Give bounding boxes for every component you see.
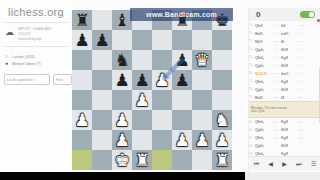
square-f5[interactable]: ♟ bbox=[172, 70, 192, 90]
cloud-import-icon: ☁ bbox=[5, 28, 14, 37]
chess-board[interactable]: ♜♝♜♚♟♟♞♟♛♟♟♟♟♟♟♟♞♟♟♟♟♚♜♜ bbox=[72, 10, 232, 170]
menu-icon[interactable]: ☰ bbox=[311, 161, 316, 167]
square-d6[interactable] bbox=[132, 50, 152, 70]
white-move-eval: +4.0 bbox=[272, 86, 281, 92]
bottom-black-bar bbox=[0, 172, 245, 180]
move-row: 19Rxf5+3.8f4+2.9 bbox=[249, 93, 320, 101]
square-f6[interactable]: ♟ bbox=[172, 50, 192, 70]
piece-black-pawn-d5[interactable]: ♟ bbox=[132, 70, 152, 90]
move-row: 10Qh4+4.1h6+4.2 bbox=[249, 21, 320, 29]
black-move[interactable]: Kh8 bbox=[281, 62, 298, 69]
import-info: ☁ IMPORT • STANDARD 15/11/17 Imported by… bbox=[4, 27, 70, 42]
square-c5[interactable]: ♟ bbox=[112, 70, 132, 90]
square-h2[interactable]: ♟ bbox=[212, 130, 232, 150]
black-move[interactable]: Kg8 bbox=[281, 134, 298, 141]
square-a8[interactable]: ♜ bbox=[72, 10, 92, 30]
piece-black-pawn-f5[interactable]: ♟ bbox=[172, 70, 192, 90]
black-move[interactable]: fxe5 bbox=[281, 70, 298, 77]
black-move[interactable]: Kh8 bbox=[281, 46, 298, 53]
move-row: 14Qh4++4.3Kg8+4.4 bbox=[249, 53, 320, 61]
black-move-eval: +4.8 bbox=[298, 38, 307, 44]
piece-white-pawn-c3[interactable]: ♟ bbox=[112, 110, 132, 130]
square-b4[interactable] bbox=[92, 90, 112, 110]
import-date-label: 15/11/17 bbox=[18, 32, 47, 35]
white-player-icon: ○ bbox=[5, 54, 12, 59]
divider bbox=[3, 22, 69, 23]
black-move-eval: +4.5 bbox=[298, 46, 307, 52]
lichess-logo[interactable]: lichess.org bbox=[0, 6, 72, 18]
move-nav-toolbar: ⏮◀▶⏭☰ bbox=[249, 156, 320, 170]
piece-white-pawn-e5[interactable]: ♟ bbox=[152, 70, 172, 90]
piece-white-rook-d1[interactable]: ♜ bbox=[132, 150, 152, 170]
white-move[interactable]: Qg6+ bbox=[255, 62, 272, 69]
square-g5[interactable] bbox=[192, 70, 212, 90]
square-c7[interactable] bbox=[112, 30, 132, 50]
square-a2[interactable] bbox=[72, 130, 92, 150]
black-move[interactable]: h6 bbox=[281, 22, 298, 29]
move-row: 17Qh6++4.1Kg8+4.1 bbox=[249, 77, 320, 85]
piece-white-queen-g6[interactable]: ♛ bbox=[192, 50, 212, 70]
square-e6[interactable] bbox=[152, 50, 172, 70]
square-g4[interactable] bbox=[192, 90, 212, 110]
square-f7[interactable] bbox=[172, 30, 192, 50]
piece-white-pawn-c2[interactable]: ♟ bbox=[112, 130, 132, 150]
white-move[interactable]: Qh6+ bbox=[255, 78, 272, 85]
white-player-row: ○ Lucadei (1811) bbox=[5, 53, 70, 60]
square-g6[interactable]: ♛ bbox=[192, 50, 212, 70]
square-f1[interactable] bbox=[172, 150, 192, 170]
square-d5[interactable]: ♟ bbox=[132, 70, 152, 90]
square-f2[interactable]: ♟ bbox=[172, 130, 192, 150]
white-move[interactable]: Qg4+ bbox=[255, 46, 272, 53]
square-c2[interactable]: ♟ bbox=[112, 130, 132, 150]
import-type-label: IMPORT • STANDARD bbox=[18, 27, 47, 30]
white-move-eval: +4.1 bbox=[272, 78, 281, 84]
black-move[interactable]: Kg8 bbox=[281, 118, 298, 125]
move-row: 13Qg4++4.5Kh8+4.5 bbox=[249, 45, 320, 53]
black-move[interactable]: Kh8 bbox=[281, 86, 298, 93]
piece-white-pawn-a3[interactable]: ♟ bbox=[72, 110, 92, 130]
black-move-eval: +2.9 bbox=[298, 94, 307, 100]
square-b3[interactable] bbox=[92, 110, 112, 130]
black-move-eval: +4.1 bbox=[298, 78, 307, 84]
square-e4[interactable] bbox=[152, 90, 172, 110]
white-move-eval: +3.8 bbox=[272, 94, 281, 100]
square-h6[interactable] bbox=[212, 50, 232, 70]
white-move[interactable]: O-O-O bbox=[255, 70, 272, 77]
white-move-eval: +4.4 bbox=[272, 30, 281, 36]
square-b1[interactable] bbox=[92, 150, 112, 170]
prev-move-icon[interactable]: ◀ bbox=[268, 161, 273, 167]
square-h4[interactable] bbox=[212, 90, 232, 110]
square-e7[interactable] bbox=[152, 30, 172, 50]
move-row: 20Qh6++2.9Kg8+2.9 bbox=[249, 118, 320, 126]
white-move-eval: +3.9 bbox=[272, 70, 281, 76]
square-a6[interactable] bbox=[72, 50, 92, 70]
piece-white-knight-h3[interactable]: ♞ bbox=[212, 110, 232, 130]
engine-eval: 0 bbox=[256, 10, 260, 19]
bandicam-watermark: www.Bandicam.com bbox=[130, 8, 233, 21]
black-move[interactable]: Kg8 bbox=[281, 78, 298, 85]
square-d2[interactable] bbox=[132, 130, 152, 150]
piece-black-pawn-a7[interactable]: ♟ bbox=[72, 30, 92, 50]
move-row: 23Qg6+Kh8 bbox=[249, 142, 320, 150]
square-c4[interactable] bbox=[112, 90, 132, 110]
piece-black-pawn-b7[interactable]: ♟ bbox=[92, 30, 112, 50]
piece-black-rook-a8[interactable]: ♜ bbox=[72, 10, 92, 30]
square-g3[interactable] bbox=[192, 110, 212, 130]
black-move-eval: +4.2 bbox=[298, 22, 307, 28]
square-h7[interactable] bbox=[212, 30, 232, 50]
piece-black-bishop-c8[interactable]: ♝ bbox=[112, 10, 132, 30]
square-c1[interactable]: ♚ bbox=[112, 150, 132, 170]
square-a4[interactable] bbox=[72, 90, 92, 110]
square-e3[interactable] bbox=[152, 110, 172, 130]
white-move[interactable]: Nh3 bbox=[255, 38, 272, 45]
engine-header: 0 bbox=[249, 8, 320, 21]
white-move[interactable]: Qh4 bbox=[255, 22, 272, 29]
square-a3[interactable]: ♟ bbox=[72, 110, 92, 130]
black-move[interactable]: Kh8 bbox=[281, 142, 298, 149]
square-e1[interactable] bbox=[152, 150, 172, 170]
black-move-eval: +4.4 bbox=[298, 54, 307, 60]
square-e5[interactable]: ♟ bbox=[152, 70, 172, 90]
black-move[interactable]: Kg8 bbox=[281, 54, 298, 61]
square-f3[interactable] bbox=[172, 110, 192, 130]
organisation-button[interactable]: Les de organisation ✎ bbox=[4, 74, 50, 85]
divider bbox=[3, 46, 69, 47]
black-move[interactable]: Kh8 bbox=[281, 126, 298, 133]
move-row: 18Qg6++4.0Kh8+4.0 bbox=[249, 85, 320, 93]
move-list: 10Qh4+4.1h6+4.211Bxf5+4.4exf5+4.612Nh3+4… bbox=[249, 21, 320, 158]
move-row: 22Qh6++2.8Kg8+2.8 bbox=[249, 134, 320, 142]
black-move-eval: +4.6 bbox=[298, 30, 307, 36]
move-row: 12Nh3+4.2f6+4.8 bbox=[249, 37, 320, 45]
white-move-eval: +2.9 bbox=[272, 119, 281, 125]
square-g2[interactable]: ♟ bbox=[192, 130, 212, 150]
square-h1[interactable]: ♜ bbox=[212, 150, 232, 170]
square-b7[interactable]: ♟ bbox=[92, 30, 112, 50]
import-by-label: Imported by dgx bbox=[18, 37, 47, 40]
black-move-eval: +2.8 bbox=[298, 127, 307, 133]
white-move-eval: +4.5 bbox=[272, 46, 281, 52]
white-move[interactable]: Qh4+ bbox=[255, 54, 272, 61]
toggle-knob bbox=[309, 12, 314, 17]
black-move[interactable]: f4 bbox=[281, 94, 298, 101]
square-b5[interactable] bbox=[92, 70, 112, 90]
white-move-eval: +4.1 bbox=[272, 22, 281, 28]
piece-black-pawn-f6[interactable]: ♟ bbox=[172, 50, 192, 70]
piece-white-pawn-d4[interactable]: ♟ bbox=[132, 90, 152, 110]
white-move-eval: +4.2 bbox=[272, 38, 281, 44]
black-player-icon: ● bbox=[5, 61, 12, 66]
engine-toggle[interactable] bbox=[300, 11, 315, 18]
white-move-eval: +4.4 bbox=[272, 62, 281, 68]
square-e2[interactable] bbox=[152, 130, 172, 150]
white-move[interactable]: Qg6+ bbox=[255, 86, 272, 93]
black-player-row: ● Michael Odeen (?) bbox=[5, 60, 70, 67]
move-row: 21Qg6++2.8Kh8+2.8 bbox=[249, 126, 320, 134]
analysis-comment: Mistake. The best move was Qh4. bbox=[249, 101, 320, 118]
square-b8[interactable] bbox=[92, 10, 112, 30]
black-move-eval: +4.4 bbox=[298, 62, 307, 68]
first-move-icon[interactable]: ⏮ bbox=[254, 161, 259, 167]
square-d1[interactable]: ♜ bbox=[132, 150, 152, 170]
white-move[interactable]: Bxf5 bbox=[255, 30, 272, 37]
sidebar: lichess.org ☁ IMPORT • STANDARD 15/11/17… bbox=[0, 0, 72, 172]
black-move[interactable]: f6 bbox=[281, 38, 298, 45]
white-move-eval: +2.8 bbox=[272, 127, 281, 133]
piece-white-pawn-g2[interactable]: ♟ bbox=[192, 130, 212, 150]
last-move-icon[interactable]: ⏭ bbox=[296, 161, 301, 167]
piece-white-pawn-f2[interactable]: ♟ bbox=[172, 130, 192, 150]
prise-button[interactable]: Prise bbox=[53, 74, 72, 85]
white-move[interactable]: Qg6+ bbox=[255, 142, 272, 149]
next-move-icon[interactable]: ▶ bbox=[282, 161, 287, 167]
square-b6[interactable] bbox=[92, 50, 112, 70]
square-c6[interactable]: ♞ bbox=[112, 50, 132, 70]
square-c8[interactable]: ♝ bbox=[112, 10, 132, 30]
piece-black-knight-c6[interactable]: ♞ bbox=[112, 50, 132, 70]
square-h5[interactable] bbox=[212, 70, 232, 90]
square-h3[interactable]: ♞ bbox=[212, 110, 232, 130]
square-g1[interactable] bbox=[192, 150, 212, 170]
square-d3[interactable] bbox=[132, 110, 152, 130]
black-player-name: Michael Odeen (?) bbox=[12, 62, 41, 65]
square-g7[interactable] bbox=[192, 30, 212, 50]
square-c3[interactable]: ♟ bbox=[112, 110, 132, 130]
piece-white-king-c1[interactable]: ♚ bbox=[112, 150, 132, 170]
white-move[interactable]: Qh6+ bbox=[255, 134, 272, 141]
white-move[interactable]: Rxf5 bbox=[255, 94, 272, 101]
bottom-right-strip bbox=[245, 172, 320, 180]
white-player-name: Lucadei (1811) bbox=[12, 55, 35, 58]
square-a1[interactable] bbox=[72, 150, 92, 170]
black-move[interactable]: exf5 bbox=[281, 30, 298, 37]
move-row: 11Bxf5+4.4exf5+4.6 bbox=[249, 29, 320, 37]
white-move-eval: +2.8 bbox=[272, 135, 281, 141]
app-window: lichess.org ☁ IMPORT • STANDARD 15/11/17… bbox=[0, 0, 320, 180]
black-move-eval: +4.0 bbox=[298, 70, 307, 76]
piece-black-pawn-c5[interactable]: ♟ bbox=[112, 70, 132, 90]
move-row: 15Qg6++4.4Kh8+4.4 bbox=[249, 61, 320, 69]
square-f4[interactable] bbox=[172, 90, 192, 110]
move-row: 16O-O-O+3.9fxe5+4.0 bbox=[249, 69, 320, 77]
square-d7[interactable] bbox=[132, 30, 152, 50]
analysis-panel: 0 10Qh4+4.1h6+4.211Bxf5+4.4exf5+4.612Nh3… bbox=[248, 8, 320, 172]
piece-white-pawn-h2[interactable]: ♟ bbox=[212, 130, 232, 150]
white-move-eval: +4.3 bbox=[272, 54, 281, 60]
black-move-eval: +2.8 bbox=[298, 135, 307, 141]
square-a7[interactable]: ♟ bbox=[72, 30, 92, 50]
piece-white-rook-h1[interactable]: ♜ bbox=[212, 150, 232, 170]
black-move-eval: +2.9 bbox=[298, 119, 307, 125]
black-move-eval: +4.0 bbox=[298, 86, 307, 92]
white-move[interactable]: Qh6+ bbox=[255, 118, 272, 125]
square-b2[interactable] bbox=[92, 130, 112, 150]
white-move[interactable]: Qg6+ bbox=[255, 126, 272, 133]
square-d4[interactable]: ♟ bbox=[132, 90, 152, 110]
square-a5[interactable] bbox=[72, 70, 92, 90]
